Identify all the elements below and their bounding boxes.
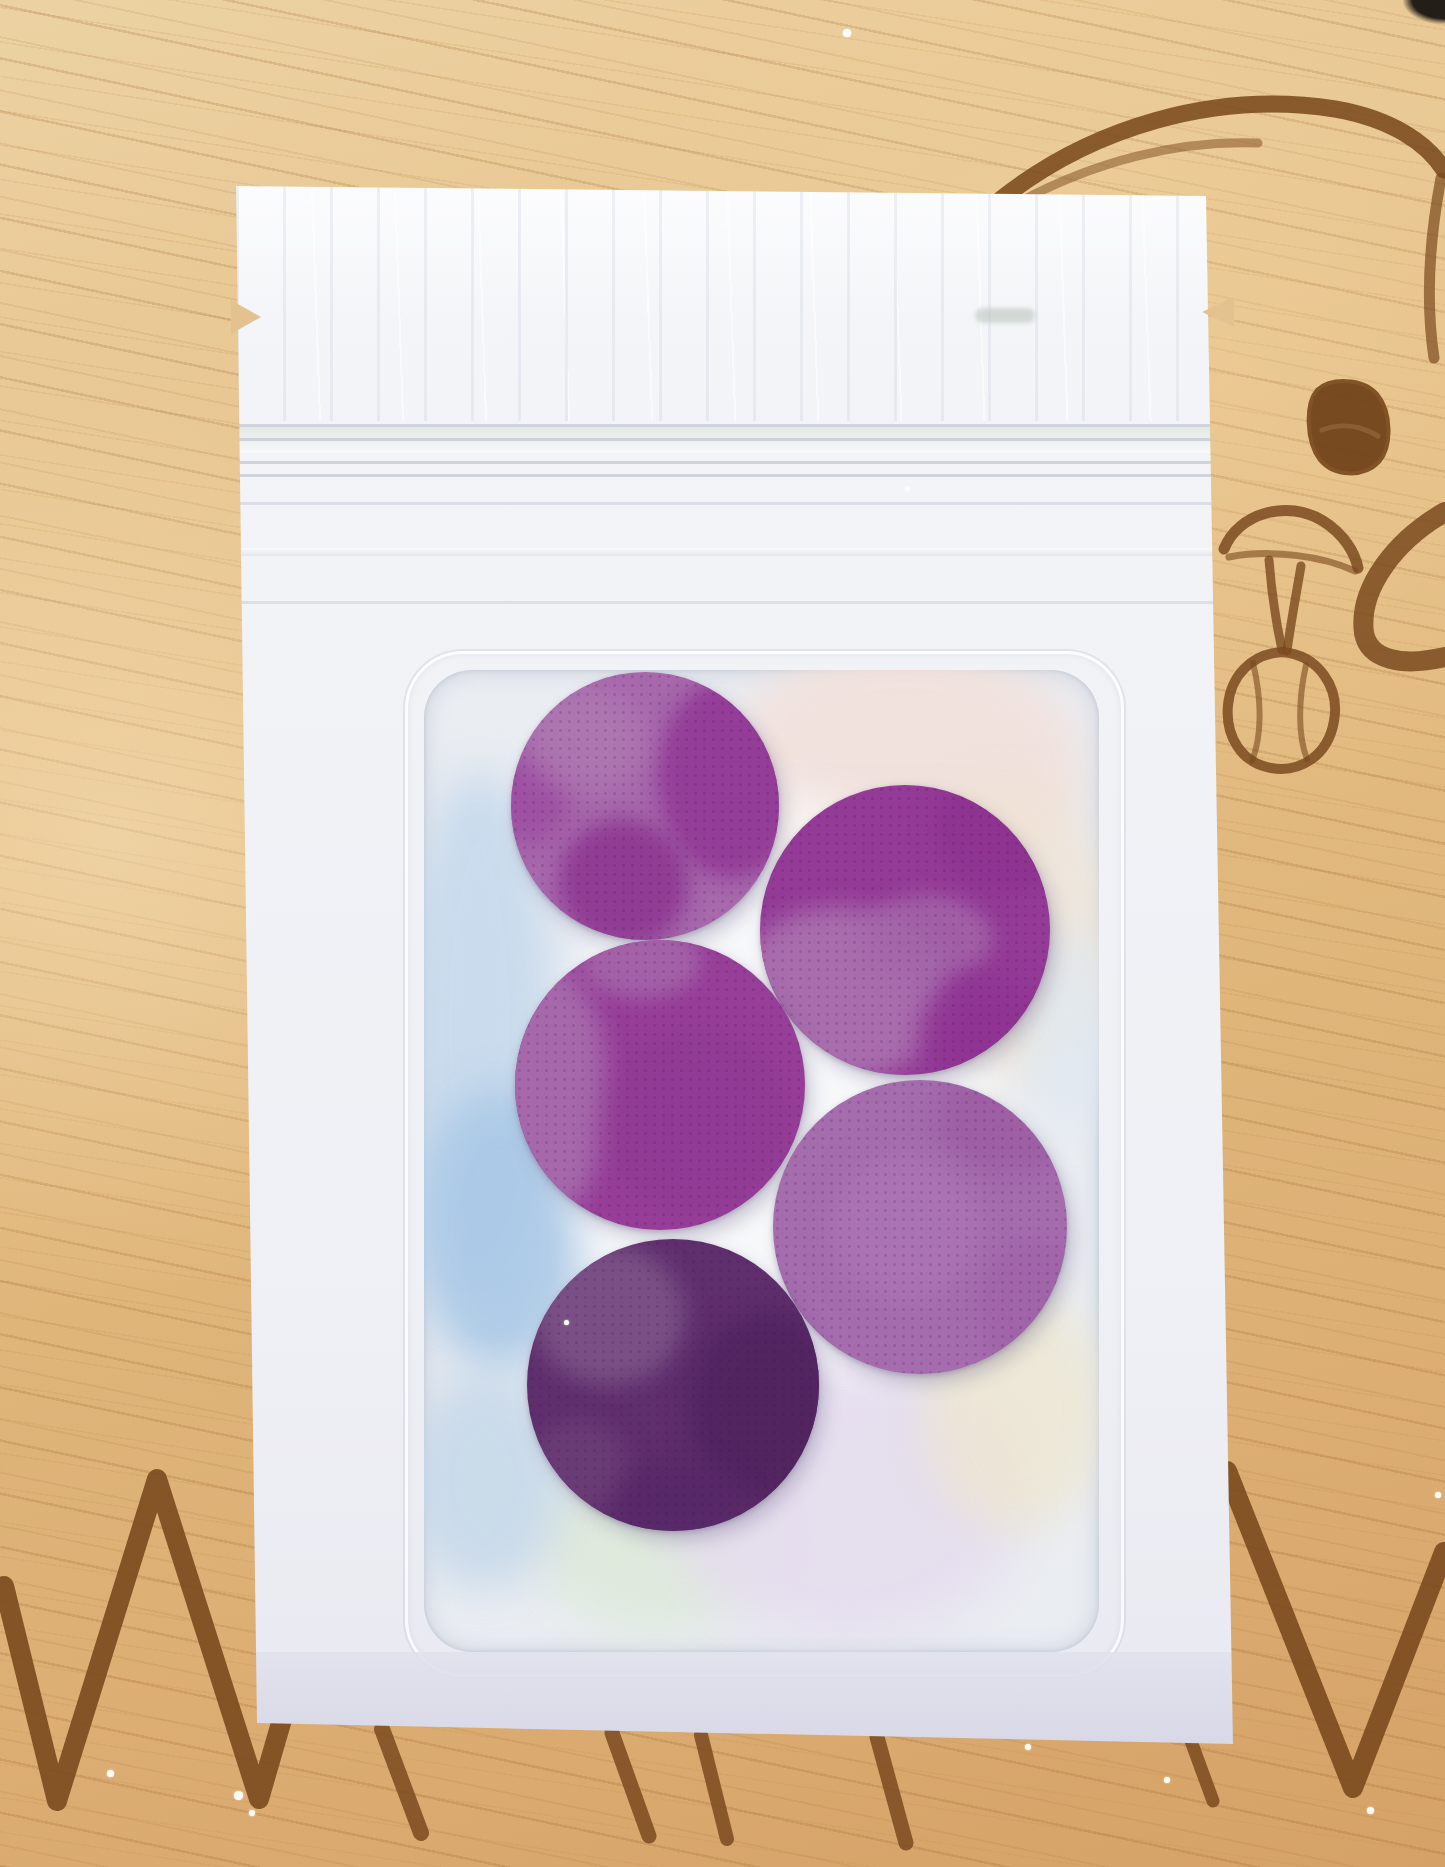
burn-mark [382,1729,421,1833]
pad-top-right [760,785,1050,1075]
paint-speck [249,1810,255,1816]
paint-speck [107,1770,114,1777]
pad-middle-right [773,1080,1067,1374]
pad-bottom-left [527,1239,819,1531]
burn-mark [1224,510,1358,568]
felt-shade-patch [862,895,993,982]
paint-speck [1164,1777,1170,1783]
burn-mark [1363,512,1445,661]
burn-mark [1300,665,1307,759]
burn-mark [1287,566,1301,651]
burn-mark [1191,1741,1213,1801]
zipper-line [238,424,1228,427]
paint-speck [1435,1492,1441,1498]
burn-mark [1228,652,1335,769]
paint-speck [1367,1807,1374,1814]
zipper-line [238,438,1228,441]
bag-clear-window [424,670,1099,1652]
zipper-line [238,461,1228,464]
burn-mark [1000,104,1444,200]
pad-middle-left [515,940,805,1230]
zipper-line [238,474,1228,477]
bag-crease [236,601,1233,604]
bag-smudge [975,308,1035,323]
paint-speck [564,1320,569,1325]
paint-speck [843,29,851,37]
paint-speck [234,1791,243,1800]
felt-shade-patch [602,1027,791,1216]
burn-mark [612,1733,649,1836]
pad-top-left [511,672,779,940]
burn-mark [877,1737,906,1843]
burn-mark [1227,1471,1444,1788]
burn-mark [1252,663,1260,761]
burn-mark [1229,554,1355,571]
photo-scene [0,0,1445,1867]
bag-crease [236,502,1233,505]
burn-mark [1269,560,1282,650]
felt-shade-patch [615,1458,746,1531]
felt-shade-patch [511,752,570,843]
bag-top-seal [236,186,1233,421]
photo-corner-shadow [1403,0,1445,24]
paint-speck [1025,1744,1031,1750]
burn-mark [1429,178,1441,358]
felt-shade-patch [832,1154,979,1301]
bag-crease [236,548,1233,556]
felt-shade-patch [524,685,645,792]
felt-shade-patch [559,819,688,940]
burn-mark [701,1735,727,1839]
paint-speck [905,486,910,491]
